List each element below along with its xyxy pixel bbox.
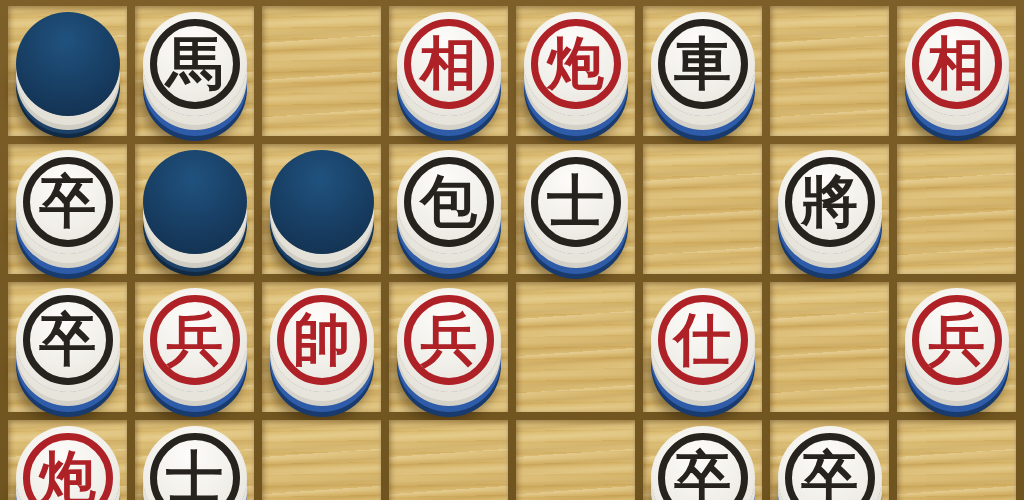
piece-ring: 卒 <box>23 157 113 247</box>
board-cell[interactable]: 士 <box>516 144 635 274</box>
piece-character: 士 <box>547 173 604 230</box>
piece-face-down[interactable] <box>16 12 120 116</box>
piece-red-soldier[interactable]: 兵 <box>397 288 501 392</box>
piece-ring: 相 <box>404 19 494 109</box>
board-cell[interactable]: 將 <box>770 144 889 274</box>
board-cell[interactable]: 卒 <box>643 420 762 500</box>
board-cell[interactable]: 兵 <box>389 282 508 412</box>
board-cell[interactable]: 卒 <box>8 144 127 274</box>
board-cell[interactable]: 帥 <box>262 282 381 412</box>
piece-character: 炮 <box>39 449 96 500</box>
board-cell[interactable]: 士 <box>135 420 254 500</box>
board-cell[interactable] <box>516 420 635 500</box>
board-cell[interactable]: 炮 <box>516 6 635 136</box>
piece-character: 士 <box>166 449 223 500</box>
piece-ring: 兵 <box>404 295 494 385</box>
piece-character: 兵 <box>166 311 223 368</box>
piece-character: 卒 <box>39 311 96 368</box>
board-cell[interactable]: 車 <box>643 6 762 136</box>
board-cell[interactable] <box>770 6 889 136</box>
board-cell[interactable]: 炮 <box>8 420 127 500</box>
piece-red-cannon[interactable]: 炮 <box>16 426 120 500</box>
piece-character: 卒 <box>39 173 96 230</box>
piece-character: 相 <box>420 35 477 92</box>
board-cell[interactable] <box>8 6 127 136</box>
board-cell[interactable]: 包 <box>389 144 508 274</box>
board-cell[interactable]: 相 <box>389 6 508 136</box>
piece-black-soldier[interactable]: 卒 <box>651 426 755 500</box>
board-cell[interactable] <box>770 282 889 412</box>
piece-character: 炮 <box>547 35 604 92</box>
piece-red-elephant[interactable]: 相 <box>905 12 1009 116</box>
board-cell[interactable]: 相 <box>897 6 1016 136</box>
piece-black-soldier[interactable]: 卒 <box>16 150 120 254</box>
piece-black-advisor[interactable]: 士 <box>143 426 247 500</box>
piece-ring: 士 <box>531 157 621 247</box>
board-cell[interactable] <box>897 420 1016 500</box>
piece-ring: 將 <box>785 157 875 247</box>
board-cell[interactable] <box>262 144 381 274</box>
board-cell[interactable]: 卒 <box>770 420 889 500</box>
piece-ring: 帥 <box>277 295 367 385</box>
piece-red-elephant[interactable]: 相 <box>397 12 501 116</box>
board-cell[interactable]: 兵 <box>897 282 1016 412</box>
piece-ring: 卒 <box>23 295 113 385</box>
board-cell[interactable] <box>643 144 762 274</box>
board-cell[interactable] <box>262 6 381 136</box>
piece-character: 帥 <box>293 311 350 368</box>
board-cell[interactable] <box>262 420 381 500</box>
piece-character: 相 <box>928 35 985 92</box>
board-cell[interactable] <box>389 420 508 500</box>
piece-character: 兵 <box>928 311 985 368</box>
piece-red-general[interactable]: 帥 <box>270 288 374 392</box>
piece-black-soldier[interactable]: 卒 <box>16 288 120 392</box>
piece-ring: 兵 <box>150 295 240 385</box>
piece-black-horse[interactable]: 馬 <box>143 12 247 116</box>
board-cell[interactable]: 兵 <box>135 282 254 412</box>
board-cell[interactable] <box>897 144 1016 274</box>
piece-ring: 馬 <box>150 19 240 109</box>
piece-ring: 炮 <box>23 433 113 500</box>
board-cell[interactable]: 馬 <box>135 6 254 136</box>
board-cell[interactable]: 卒 <box>8 282 127 412</box>
piece-red-advisor[interactable]: 仕 <box>651 288 755 392</box>
piece-ring: 包 <box>404 157 494 247</box>
piece-ring: 相 <box>912 19 1002 109</box>
piece-face-down[interactable] <box>270 150 374 254</box>
piece-character: 卒 <box>801 449 858 500</box>
piece-character: 兵 <box>420 311 477 368</box>
piece-black-advisor[interactable]: 士 <box>524 150 628 254</box>
piece-red-cannon[interactable]: 炮 <box>524 12 628 116</box>
piece-ring: 炮 <box>531 19 621 109</box>
piece-ring: 仕 <box>658 295 748 385</box>
piece-black-chariot[interactable]: 車 <box>651 12 755 116</box>
piece-red-soldier[interactable]: 兵 <box>905 288 1009 392</box>
piece-character: 馬 <box>166 35 223 92</box>
piece-black-general[interactable]: 將 <box>778 150 882 254</box>
piece-ring: 卒 <box>658 433 748 500</box>
board-cell[interactable] <box>135 144 254 274</box>
piece-face-down[interactable] <box>143 150 247 254</box>
piece-character: 仕 <box>674 311 731 368</box>
piece-black-cannon[interactable]: 包 <box>397 150 501 254</box>
piece-black-soldier[interactable]: 卒 <box>778 426 882 500</box>
piece-ring: 車 <box>658 19 748 109</box>
piece-ring: 卒 <box>785 433 875 500</box>
board-cell[interactable]: 仕 <box>643 282 762 412</box>
piece-character: 車 <box>674 35 731 92</box>
piece-red-soldier[interactable]: 兵 <box>143 288 247 392</box>
piece-ring: 兵 <box>912 295 1002 385</box>
banqi-board: 馬相炮車相卒包士將卒兵帥兵仕兵炮士卒卒 <box>0 0 1024 500</box>
piece-character: 將 <box>801 173 858 230</box>
piece-character: 包 <box>420 173 477 230</box>
piece-character: 卒 <box>674 449 731 500</box>
piece-ring: 士 <box>150 433 240 500</box>
board-cell[interactable] <box>516 282 635 412</box>
